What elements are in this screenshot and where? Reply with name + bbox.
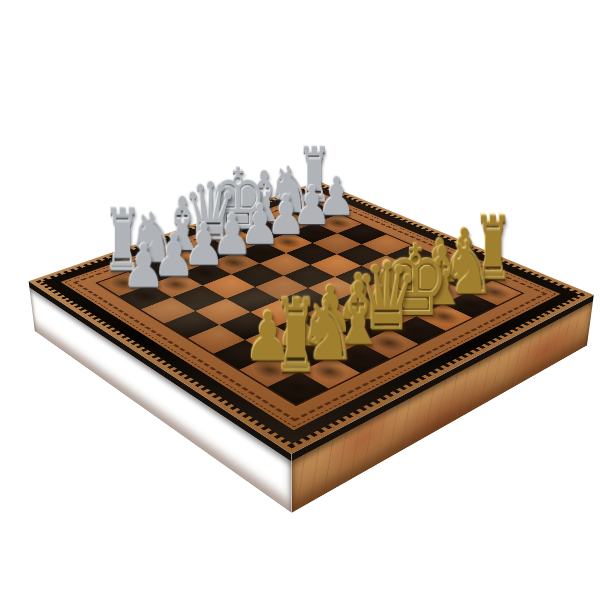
- product-photo-scene: ♜♞♟♝♟♚♟♛♟♝♟♞♟♟♜♟♟♜♟♟♞♟♝♟♚♟♛♟♝♟♞♜: [0, 0, 600, 600]
- chess-board-box: ♜♞♟♝♟♚♟♛♟♝♟♞♟♟♜♟♟♜♟♟♞♟♝♟♚♟♛♟♝♟♞♜: [29, 181, 594, 454]
- white-rook-glyph: ♜: [261, 287, 332, 388]
- black-pawn-glyph: ♟: [108, 237, 179, 297]
